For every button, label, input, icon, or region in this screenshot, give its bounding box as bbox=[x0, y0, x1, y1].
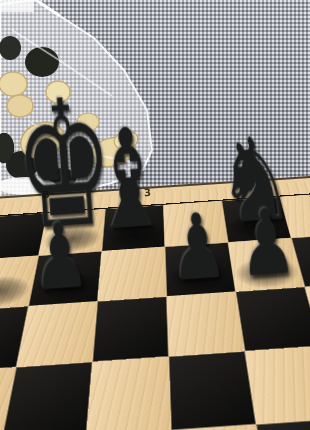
square-d6[interactable] bbox=[92, 297, 168, 362]
black-pawn-f7[interactable]: ♟ bbox=[183, 192, 310, 294]
square-e5[interactable] bbox=[169, 351, 257, 430]
black-pawn-b7[interactable]: ♟ bbox=[0, 211, 75, 313]
square-f5[interactable] bbox=[245, 346, 310, 425]
square-c5[interactable] bbox=[1, 362, 92, 430]
square-e6[interactable] bbox=[167, 292, 245, 357]
square-f6[interactable] bbox=[236, 287, 310, 351]
photo-scene: ♚♝♞♟♟♟♟ B 3 bbox=[0, 0, 310, 430]
square-b7[interactable]: ♟ bbox=[0, 256, 39, 311]
frame-mark: 3 bbox=[144, 188, 152, 198]
frame-mark: B bbox=[42, 190, 50, 201]
square-c6[interactable] bbox=[16, 301, 97, 367]
chessboard: ♚♝♞♟♟♟♟ bbox=[0, 187, 310, 430]
square-f7[interactable]: ♟ bbox=[228, 238, 305, 292]
bag-dark-piece bbox=[0, 36, 21, 60]
board-frame: ♚♝♞♟♟♟♟ bbox=[0, 174, 310, 430]
square-d5[interactable] bbox=[86, 357, 171, 430]
